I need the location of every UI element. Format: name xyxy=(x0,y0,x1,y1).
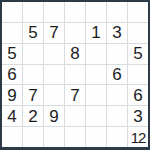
cell-r6c3[interactable]: 9 xyxy=(44,106,64,126)
cell-r5c5[interactable] xyxy=(86,85,106,105)
cell-r6c1[interactable]: 4 xyxy=(2,106,22,126)
cell-r2c7[interactable] xyxy=(128,23,148,43)
cell-r2c4[interactable] xyxy=(65,23,85,43)
cell-r3c1[interactable]: 5 xyxy=(2,44,22,64)
cell-r2c3[interactable]: 7 xyxy=(44,23,64,43)
cell-r1c5[interactable] xyxy=(86,2,106,22)
cell-r3c2[interactable] xyxy=(23,44,43,64)
cell-r4c1[interactable]: 6 xyxy=(2,65,22,85)
cell-r4c6[interactable]: 6 xyxy=(107,65,127,85)
cell-r1c4[interactable] xyxy=(65,2,85,22)
cell-r5c4[interactable]: 7 xyxy=(65,85,85,105)
cell-r1c1[interactable] xyxy=(2,2,22,22)
cell-r7c4[interactable] xyxy=(65,127,85,147)
cell-r5c3[interactable] xyxy=(44,85,64,105)
cell-r1c7[interactable] xyxy=(128,2,148,22)
cell-r6c5[interactable] xyxy=(86,106,106,126)
cell-r4c4[interactable] xyxy=(65,65,85,85)
cell-r4c3[interactable] xyxy=(44,65,64,85)
cell-r4c2[interactable] xyxy=(23,65,43,85)
cell-r5c6[interactable] xyxy=(107,85,127,105)
puzzle-board: 5713585669776429312 xyxy=(0,0,150,150)
cell-r7c5[interactable] xyxy=(86,127,106,147)
cell-r3c3[interactable] xyxy=(44,44,64,64)
cell-r4c5[interactable] xyxy=(86,65,106,85)
cell-r7c3[interactable] xyxy=(44,127,64,147)
cell-r2c6[interactable]: 3 xyxy=(107,23,127,43)
cell-r6c7[interactable]: 3 xyxy=(128,106,148,126)
cell-r1c6[interactable] xyxy=(107,2,127,22)
cell-r4c7[interactable] xyxy=(128,65,148,85)
cell-r1c2[interactable] xyxy=(23,2,43,22)
cell-r5c7[interactable]: 6 xyxy=(128,85,148,105)
cell-r3c6[interactable] xyxy=(107,44,127,64)
cell-r3c4[interactable]: 8 xyxy=(65,44,85,64)
cell-r5c1[interactable]: 9 xyxy=(2,85,22,105)
cell-r2c1[interactable] xyxy=(2,23,22,43)
cell-r7c7[interactable]: 12 xyxy=(128,127,148,147)
cell-r6c2[interactable]: 2 xyxy=(23,106,43,126)
cell-r5c2[interactable]: 7 xyxy=(23,85,43,105)
cell-r7c6[interactable] xyxy=(107,127,127,147)
cell-r7c2[interactable] xyxy=(23,127,43,147)
cell-r2c2[interactable]: 5 xyxy=(23,23,43,43)
cell-r1c3[interactable] xyxy=(44,2,64,22)
cell-r3c5[interactable] xyxy=(86,44,106,64)
cell-r6c6[interactable] xyxy=(107,106,127,126)
cell-r7c1[interactable] xyxy=(2,127,22,147)
cell-r3c7[interactable]: 5 xyxy=(128,44,148,64)
cell-r2c5[interactable]: 1 xyxy=(86,23,106,43)
cell-r6c4[interactable] xyxy=(65,106,85,126)
